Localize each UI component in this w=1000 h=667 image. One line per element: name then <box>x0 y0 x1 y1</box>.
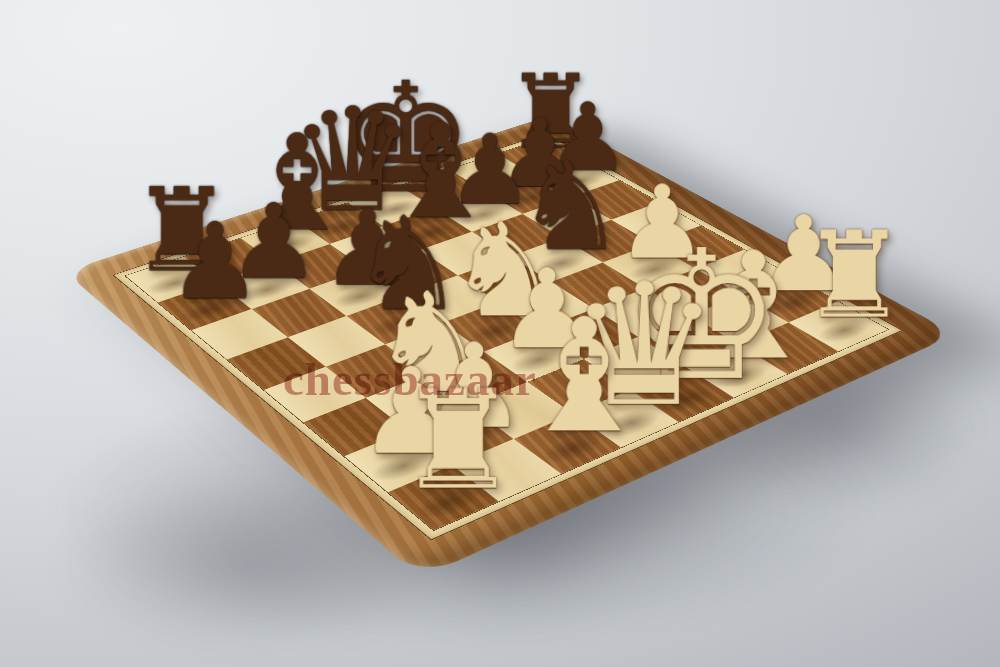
board-frame: ♜♝♛♚♜♟♟♝♟♟♟♟♞♞♞♟♞♟♟♟♟♜♝♛♚♝♜ <box>64 115 955 578</box>
square-a1[interactable]: ♜ <box>388 465 499 530</box>
scene: ♜♝♛♚♜♟♟♝♟♟♟♟♞♞♞♟♞♟♟♟♟♜♝♛♚♝♜ chessbazaar <box>0 0 1000 667</box>
board-grid: ♜♝♛♚♜♟♟♝♟♟♟♟♞♞♞♟♞♟♟♟♟♜♝♛♚♝♜ <box>124 138 889 531</box>
white-rook[interactable]: ♜ <box>340 372 576 509</box>
black-pawn[interactable]: ♟ <box>114 209 316 314</box>
board-border-inlay: ♜♝♛♚♜♟♟♝♟♟♟♟♞♞♞♟♞♟♟♟♟♜♝♛♚♝♜ <box>112 133 902 540</box>
chess-board: ♜♝♛♚♜♟♟♝♟♟♟♟♞♞♞♟♞♟♟♟♟♜♝♛♚♝♜ <box>64 115 955 578</box>
